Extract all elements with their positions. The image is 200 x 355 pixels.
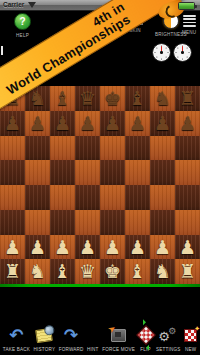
square-a1[interactable]: ♜ xyxy=(0,259,25,284)
square-e7[interactable]: ♟ xyxy=(100,111,125,136)
square-d4[interactable] xyxy=(75,185,100,210)
white-knight: ♞ xyxy=(154,259,171,284)
black-pawn: ♟ xyxy=(129,111,146,136)
square-b2[interactable]: ♟ xyxy=(25,235,50,260)
white-bishop: ♝ xyxy=(129,259,146,284)
battery-icon xyxy=(178,2,195,10)
white-king: ♚ xyxy=(104,259,121,284)
square-h4[interactable] xyxy=(175,185,200,210)
square-c2[interactable]: ♟ xyxy=(50,235,75,260)
square-b6[interactable] xyxy=(25,136,50,161)
square-d8[interactable]: ♛ xyxy=(75,86,100,111)
history-button[interactable]: HISTORY xyxy=(34,319,56,355)
black-knight: ♞ xyxy=(154,86,171,111)
square-c8[interactable]: ♝ xyxy=(50,86,75,111)
square-c6[interactable] xyxy=(50,136,75,161)
white-pawn: ♟ xyxy=(54,235,71,260)
square-g3[interactable] xyxy=(150,210,175,235)
square-h2[interactable]: ♟ xyxy=(175,235,200,260)
square-d6[interactable] xyxy=(75,136,100,161)
take-back-button[interactable]: ↶ TAKE BACK xyxy=(3,319,30,355)
black-pawn: ♟ xyxy=(79,111,96,136)
black-bishop: ♝ xyxy=(54,86,71,111)
flip-button[interactable]: FLIP xyxy=(139,319,153,355)
square-a4[interactable] xyxy=(0,185,25,210)
partial-hidden-text xyxy=(1,46,3,55)
help-icon: ? xyxy=(14,13,31,30)
chip-arrow-icon: ➤ xyxy=(111,329,126,342)
phone-screen: { "game": "chess", "position": { "fen": … xyxy=(0,0,200,355)
new-game-button[interactable]: ✦ NEW xyxy=(184,319,197,355)
board-bottom-highlight xyxy=(0,284,200,287)
flip-board-icon xyxy=(136,325,156,345)
square-c7[interactable]: ♟ xyxy=(50,111,75,136)
square-c5[interactable] xyxy=(50,160,75,185)
square-f8[interactable]: ♝ xyxy=(125,86,150,111)
square-d1[interactable]: ♛ xyxy=(75,259,100,284)
square-a5[interactable] xyxy=(0,160,25,185)
square-f4[interactable] xyxy=(125,185,150,210)
black-clock xyxy=(173,43,192,62)
black-pawn: ♟ xyxy=(179,111,196,136)
square-e2[interactable]: ♟ xyxy=(100,235,125,260)
square-c1[interactable]: ♝ xyxy=(50,259,75,284)
black-pawn: ♟ xyxy=(154,111,171,136)
square-e6[interactable] xyxy=(100,136,125,161)
black-bishop: ♝ xyxy=(129,86,146,111)
forward-button[interactable]: ↷ FORWARD xyxy=(59,319,84,355)
square-g6[interactable] xyxy=(150,136,175,161)
square-a7[interactable]: ♟ xyxy=(0,111,25,136)
square-a6[interactable] xyxy=(0,136,25,161)
square-g2[interactable]: ♟ xyxy=(150,235,175,260)
square-b7[interactable]: ♟ xyxy=(25,111,50,136)
white-rook: ♜ xyxy=(179,259,196,284)
black-pawn: ♟ xyxy=(54,111,71,136)
white-bishop: ♝ xyxy=(54,259,71,284)
lightbulb-icon xyxy=(87,328,98,343)
black-king: ♚ xyxy=(104,86,121,111)
wifi-icon xyxy=(28,2,36,8)
square-e4[interactable] xyxy=(100,185,125,210)
square-b1[interactable]: ♞ xyxy=(25,259,50,284)
square-e3[interactable] xyxy=(100,210,125,235)
history-icon xyxy=(36,327,54,342)
square-c3[interactable] xyxy=(50,210,75,235)
square-h3[interactable] xyxy=(175,210,200,235)
square-g4[interactable] xyxy=(150,185,175,210)
square-f6[interactable] xyxy=(125,136,150,161)
black-pawn: ♟ xyxy=(104,111,121,136)
white-pawn: ♟ xyxy=(129,235,146,260)
force-move-button[interactable]: ➤ FORCE MOVE xyxy=(102,319,135,355)
white-pawn: ♟ xyxy=(79,235,96,260)
square-g7[interactable]: ♟ xyxy=(150,111,175,136)
menu-label: MENU xyxy=(182,30,196,35)
help-button[interactable]: ? HELP xyxy=(14,13,31,38)
black-pawn: ♟ xyxy=(29,111,46,136)
square-h6[interactable] xyxy=(175,136,200,161)
square-f5[interactable] xyxy=(125,160,150,185)
square-e8[interactable]: ♚ xyxy=(100,86,125,111)
square-e5[interactable] xyxy=(100,160,125,185)
black-rook: ♜ xyxy=(179,86,196,111)
square-f3[interactable] xyxy=(125,210,150,235)
white-pawn: ♟ xyxy=(179,235,196,260)
chess-board: ♜♞♝♛♚♝♞♜♟♟♟♟♟♟♟♟♟♟♟♟♟♟♟♟♜♞♝♛♚♝♞♜ xyxy=(0,86,200,284)
carrier-label: Carrier xyxy=(3,1,24,8)
white-pawn: ♟ xyxy=(29,235,46,260)
gears-icon: ⚙⚙ xyxy=(158,326,178,344)
square-c4[interactable] xyxy=(50,185,75,210)
white-queen: ♛ xyxy=(79,259,96,284)
white-knight: ♞ xyxy=(29,259,46,284)
square-b3[interactable] xyxy=(25,210,50,235)
hint-button[interactable]: HINT xyxy=(87,319,99,355)
white-pawn: ♟ xyxy=(104,235,121,260)
square-g8[interactable]: ♞ xyxy=(150,86,175,111)
square-g5[interactable] xyxy=(150,160,175,185)
white-rook: ♜ xyxy=(4,259,21,284)
square-b4[interactable] xyxy=(25,185,50,210)
square-f2[interactable]: ♟ xyxy=(125,235,150,260)
square-e1[interactable]: ♚ xyxy=(100,259,125,284)
square-d7[interactable]: ♟ xyxy=(75,111,100,136)
square-h5[interactable] xyxy=(175,160,200,185)
square-b5[interactable] xyxy=(25,160,50,185)
black-queen: ♛ xyxy=(79,86,96,111)
checkered-flag-icon: ✦ xyxy=(184,329,197,342)
square-h1[interactable]: ♜ xyxy=(175,259,200,284)
square-d5[interactable] xyxy=(75,160,100,185)
square-h8[interactable]: ♜ xyxy=(175,86,200,111)
square-d3[interactable] xyxy=(75,210,100,235)
bottom-toolbar: ↶ TAKE BACK HISTORY ↷ FORWARD HINT ➤ FOR… xyxy=(0,317,200,355)
square-h7[interactable]: ♟ xyxy=(175,111,200,136)
white-pawn: ♟ xyxy=(4,235,21,260)
forward-icon: ↷ xyxy=(64,325,78,345)
square-f7[interactable]: ♟ xyxy=(125,111,150,136)
square-a3[interactable] xyxy=(0,210,25,235)
square-d2[interactable]: ♟ xyxy=(75,235,100,260)
take-back-icon: ↶ xyxy=(9,325,23,345)
square-f1[interactable]: ♝ xyxy=(125,259,150,284)
settings-button[interactable]: ⚙⚙ SETTINGS xyxy=(156,319,181,355)
menu-icon xyxy=(183,13,196,27)
square-a2[interactable]: ♟ xyxy=(0,235,25,260)
black-pawn: ♟ xyxy=(4,111,21,136)
help-label: HELP xyxy=(16,33,29,38)
menu-button[interactable]: MENU xyxy=(182,13,196,35)
white-pawn: ♟ xyxy=(154,235,171,260)
white-clock xyxy=(152,43,171,62)
square-g1[interactable]: ♞ xyxy=(150,259,175,284)
